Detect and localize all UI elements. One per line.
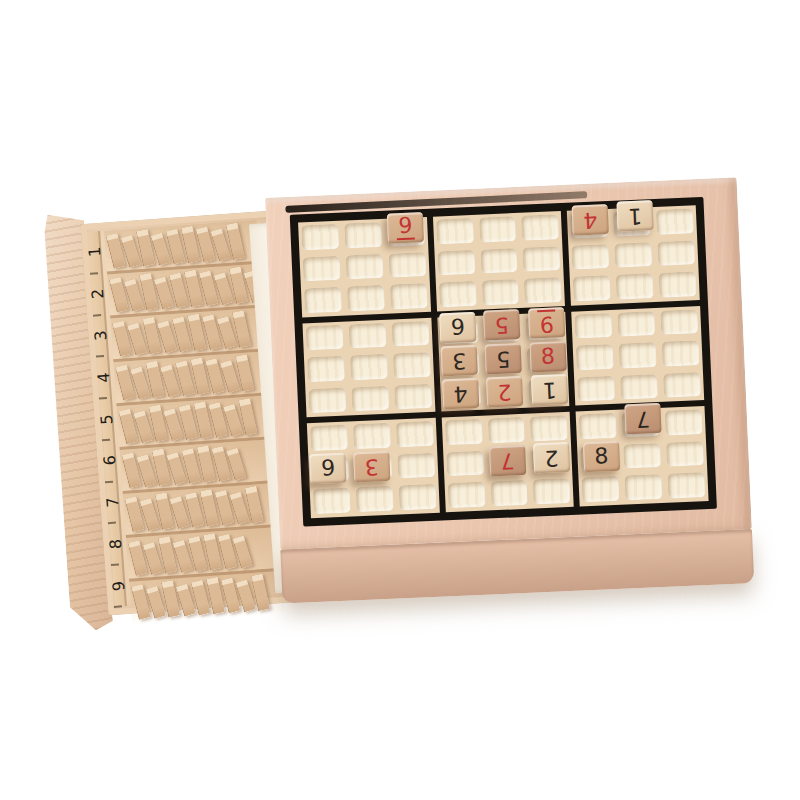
grid-cell-r5c1[interactable]	[304, 353, 348, 386]
grid-cell-r8c5[interactable]: 7	[486, 446, 530, 479]
grid-cell-r1c3[interactable]: 9	[384, 217, 428, 250]
box-band-1: 9	[298, 217, 431, 317]
drawer-row-label-3: 3	[94, 314, 107, 356]
cell-recess	[397, 453, 435, 479]
grid-cell-r7c8[interactable]: 7	[619, 408, 663, 441]
cell-recess	[344, 222, 382, 248]
drawer-row-label-7: 7	[106, 481, 119, 523]
cell-recess	[573, 275, 611, 301]
tile-digit: 8	[529, 341, 566, 373]
grid-cell-r3c9[interactable]	[656, 268, 700, 301]
grid-cell-r3c7[interactable]	[570, 272, 614, 305]
cell-recess	[394, 384, 432, 410]
number-tile-9[interactable]: 9	[310, 452, 347, 484]
grid-cell-r3c5[interactable]	[478, 276, 522, 309]
grid-cell-r8c8[interactable]	[620, 440, 664, 473]
grid-cell-r4c9[interactable]	[657, 306, 701, 339]
cell-recess	[310, 425, 348, 451]
box-band-8: 72	[441, 412, 574, 512]
cell-recess	[530, 415, 568, 441]
grid-cell-r1c1[interactable]	[298, 221, 342, 254]
grid-cell-r3c2[interactable]	[344, 282, 388, 315]
drawer-row-label-9: 9	[112, 564, 125, 606]
drawer-row-label-4: 4	[97, 356, 110, 398]
grid-cell-r6c5[interactable]: 2	[483, 377, 527, 410]
grid-cell-r9c3[interactable]	[395, 481, 439, 514]
grid-cell-r4c1[interactable]	[302, 321, 346, 354]
cell-recess	[533, 478, 571, 504]
number-tile-5[interactable]: 5	[485, 343, 522, 375]
number-tile-8[interactable]: 8	[529, 341, 566, 373]
box-band-2	[433, 211, 566, 311]
number-tile-4[interactable]: 4	[571, 204, 608, 236]
tile-digit: 1	[616, 200, 653, 232]
cell-recess	[618, 311, 656, 337]
cell-recess	[663, 372, 701, 398]
cell-recess	[620, 374, 658, 400]
sudoku-grid: 941959358421937278	[290, 197, 717, 527]
grid-cell-r2c5[interactable]	[477, 244, 521, 277]
grid-cell-r5c8[interactable]	[616, 339, 660, 372]
number-tile-4[interactable]: 4	[442, 377, 479, 409]
grid-cell-r7c1[interactable]	[307, 422, 351, 455]
cell-recess	[487, 417, 525, 443]
cell-recess	[303, 255, 341, 281]
cell-recess	[523, 246, 561, 272]
grid-cell-r8c3[interactable]	[394, 450, 438, 483]
grid-cell-r6c7[interactable]	[574, 373, 618, 406]
cell-recess	[582, 476, 620, 502]
box-band-4	[302, 317, 435, 417]
tile-digit: 2	[533, 442, 570, 474]
cell-recess	[490, 480, 528, 506]
cell-recess	[616, 273, 654, 299]
grid-cell-r2c8[interactable]	[611, 239, 655, 272]
tile-digit: 7	[624, 403, 661, 435]
grid-cell-r4c2[interactable]	[345, 319, 389, 352]
cell-recess	[572, 244, 610, 270]
grid-cell-r3c3[interactable]	[387, 280, 431, 313]
number-tile-2[interactable]: 2	[486, 375, 523, 407]
grid-cell-r5c7[interactable]	[573, 341, 617, 374]
grid-cell-r2c3[interactable]	[385, 248, 429, 281]
number-tile-9[interactable]: 9	[387, 212, 424, 244]
grid-cell-r6c3[interactable]	[391, 381, 435, 414]
tile-digit: 3	[353, 450, 390, 482]
grid-cell-r9c2[interactable]	[352, 483, 396, 516]
cell-recess	[436, 218, 474, 244]
cell-recess	[438, 281, 476, 307]
number-tile-9[interactable]: 9	[439, 312, 476, 344]
cell-recess	[662, 340, 700, 366]
tile-digit: 2	[486, 375, 523, 407]
tile-digit: 9	[528, 307, 565, 339]
box-band-3: 41	[567, 205, 700, 305]
number-tile-3[interactable]: 3	[441, 345, 478, 377]
grid-cell-r7c5[interactable]	[484, 414, 528, 447]
cell-recess	[388, 252, 426, 278]
grid-cell-r5c6[interactable]: 8	[524, 343, 568, 376]
grid-cell-r5c9[interactable]	[659, 337, 703, 370]
grid-cell-r2c2[interactable]	[342, 250, 386, 283]
grid-cell-r6c4[interactable]: 4	[440, 378, 484, 411]
cell-recess	[614, 242, 652, 268]
grid-cell-r7c2[interactable]	[350, 420, 394, 453]
cell-recess	[304, 287, 342, 313]
grid-cell-r6c9[interactable]	[660, 369, 704, 402]
tile-drawer[interactable]: 123456789	[42, 206, 306, 622]
grid-cell-r1c2[interactable]	[341, 219, 385, 252]
grid-cell-r2c9[interactable]	[654, 237, 698, 270]
cell-recess	[391, 321, 429, 347]
number-tile-1[interactable]: 1	[616, 200, 653, 232]
number-tile-1[interactable]: 1	[531, 373, 568, 405]
tile-digit: 4	[571, 204, 608, 236]
number-tile-8[interactable]: 8	[583, 440, 620, 472]
cell-recess	[660, 309, 698, 335]
grid-cell-r3c1[interactable]	[301, 284, 345, 317]
number-tile-9[interactable]: 9	[528, 307, 565, 339]
grid-cell-r1c6[interactable]	[518, 211, 562, 244]
sudoku-box: 941959358421937278	[265, 177, 754, 603]
grid-cell-r8c6[interactable]: 2	[528, 444, 572, 477]
cell-recess	[353, 423, 391, 449]
cell-recess	[524, 277, 562, 303]
grid-cell-r6c8[interactable]	[617, 371, 661, 404]
tile-digit: 7	[489, 444, 526, 476]
cell-recess	[576, 344, 614, 370]
grid-cell-r7c3[interactable]	[393, 418, 437, 451]
product-photo: 123456789 941959358421937278	[0, 0, 800, 800]
cell-recess	[307, 356, 345, 382]
grid-cell-r7c9[interactable]	[662, 406, 706, 439]
tile-digit: 3	[441, 345, 478, 377]
grid-cell-r8c4[interactable]	[443, 447, 487, 480]
number-tile-7[interactable]: 7	[489, 444, 526, 476]
tile-digit: 5	[483, 309, 520, 341]
grid-cell-r8c1[interactable]: 9	[308, 453, 352, 486]
grid-cell-r4c5[interactable]: 5	[480, 313, 524, 346]
cell-recess	[575, 313, 613, 339]
grid-cell-r7c4[interactable]	[441, 416, 485, 449]
grid-cell-r4c4[interactable]: 9	[437, 315, 481, 348]
cell-recess	[351, 386, 389, 412]
drawer-row-label-8: 8	[109, 523, 122, 565]
cell-recess	[396, 421, 434, 447]
grid-cell-r3c6[interactable]	[521, 274, 565, 307]
cell-recess	[390, 283, 428, 309]
tile-digit: 9	[387, 212, 424, 244]
cell-recess	[313, 488, 351, 514]
tile-digit: 9	[439, 312, 476, 344]
cell-recess	[480, 248, 518, 274]
number-tile-5[interactable]: 5	[483, 309, 520, 341]
cell-recess	[623, 443, 661, 469]
grid-cell-r9c7[interactable]	[579, 473, 623, 506]
grid-cell-r3c8[interactable]	[613, 270, 657, 303]
tile-digit: 9	[310, 452, 347, 484]
grid-cell-r4c6[interactable]: 9	[523, 312, 567, 345]
cell-recess	[579, 413, 617, 439]
grid-cell-r1c7[interactable]: 4	[567, 209, 611, 242]
box-band-6	[572, 306, 705, 406]
grid-cell-r2c7[interactable]	[569, 240, 613, 273]
drawer-row-label-2: 2	[91, 273, 104, 315]
cell-recess	[308, 387, 346, 413]
grid-cell-r6c1[interactable]	[305, 384, 349, 417]
grid-cell-r8c2[interactable]: 3	[351, 451, 395, 484]
grid-cell-r4c3[interactable]	[388, 317, 432, 350]
cell-recess	[659, 271, 697, 297]
cell-recess	[481, 279, 519, 305]
cell-recess	[393, 352, 431, 378]
cell-recess	[577, 376, 615, 402]
cell-recess	[521, 214, 559, 240]
cell-recess	[306, 324, 344, 350]
grid-cell-r2c4[interactable]	[434, 246, 478, 279]
grid-cell-r5c5[interactable]: 5	[481, 345, 525, 378]
cell-recess	[437, 249, 475, 275]
tile-digit: 4	[442, 377, 479, 409]
box-top-face: 941959358421937278	[265, 177, 752, 549]
grid-cell-r7c6[interactable]	[527, 412, 571, 445]
cell-recess	[479, 216, 517, 242]
number-tile-7[interactable]: 7	[624, 403, 661, 435]
grid-cell-r1c4[interactable]	[433, 215, 477, 248]
grid-cell-r5c2[interactable]	[347, 351, 391, 384]
grid-cell-r6c2[interactable]	[348, 382, 392, 415]
drawer-interior: 123456789	[88, 221, 271, 607]
grid-cell-r1c8[interactable]: 1	[610, 207, 654, 240]
grid-cell-r2c6[interactable]	[520, 243, 564, 276]
grid-cell-r3c4[interactable]	[435, 278, 479, 311]
tile-digit: 1	[531, 373, 568, 405]
tile-digit: 8	[583, 440, 620, 472]
box-band-5: 959358421	[437, 312, 570, 412]
grid-cell-r4c7[interactable]	[572, 309, 616, 342]
cell-recess	[348, 322, 386, 348]
cell-recess	[665, 409, 703, 435]
cell-recess	[657, 240, 695, 266]
grid-cell-r9c9[interactable]	[664, 469, 708, 502]
cell-recess	[347, 285, 385, 311]
wooden-sudoku-set: 123456789 941959358421937278	[41, 177, 771, 628]
number-tile-3[interactable]: 3	[353, 450, 390, 482]
cell-recess	[350, 354, 388, 380]
number-tile-2[interactable]: 2	[533, 442, 570, 474]
grid-cell-r9c1[interactable]	[310, 485, 354, 518]
cell-recess	[668, 472, 706, 498]
cell-recess	[619, 342, 657, 368]
grid-cell-r9c4[interactable]	[444, 479, 488, 512]
grid-cell-r8c7[interactable]: 8	[577, 442, 621, 475]
grid-cell-r1c9[interactable]	[653, 205, 697, 238]
cell-recess	[445, 419, 483, 445]
drawer-row-label-6: 6	[103, 439, 116, 481]
cell-recess	[398, 484, 436, 510]
cell-recess	[656, 208, 694, 234]
grid-cell-r8c9[interactable]	[663, 438, 707, 471]
cell-recess	[625, 474, 663, 500]
cell-recess	[345, 253, 383, 279]
grid-cell-r5c3[interactable]	[390, 349, 434, 382]
cell-recess	[446, 451, 484, 477]
grid-cell-r9c5[interactable]	[487, 477, 531, 510]
cell-recess	[301, 224, 339, 250]
grid-cell-r2c1[interactable]	[299, 252, 343, 285]
grid-cell-r1c5[interactable]	[475, 213, 519, 246]
grid-cell-r6c6[interactable]: 1	[525, 375, 569, 408]
box-band-9: 78	[576, 406, 709, 506]
grid-cell-r4c8[interactable]	[614, 308, 658, 341]
grid-cell-r7c7[interactable]	[576, 410, 620, 443]
drawer-row-label-1: 1	[88, 231, 101, 273]
drawer-row-label-5: 5	[100, 398, 113, 440]
cell-recess	[356, 486, 394, 512]
cell-recess	[447, 482, 485, 508]
cell-recess	[666, 441, 704, 467]
grid-cell-r5c4[interactable]: 3	[438, 347, 482, 380]
box-band-7: 93	[307, 418, 440, 518]
grid-cell-r9c6[interactable]	[530, 475, 574, 508]
tile-digit: 5	[485, 343, 522, 375]
grid-cell-r9c8[interactable]	[622, 471, 666, 504]
